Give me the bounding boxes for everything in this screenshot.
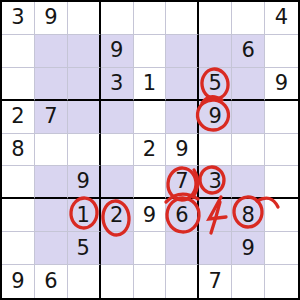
- cell-r3c7[interactable]: 5: [199, 68, 232, 101]
- cell-r9c4[interactable]: [101, 265, 134, 298]
- digit: 6: [44, 271, 57, 292]
- cell-r5c7[interactable]: [199, 134, 232, 167]
- cell-r1c1[interactable]: 3: [2, 2, 35, 35]
- cell-r5c6[interactable]: 9: [166, 134, 199, 167]
- cell-r7c1[interactable]: [2, 199, 35, 232]
- cell-r8c1[interactable]: [2, 232, 35, 265]
- cell-r4c4[interactable]: [101, 101, 134, 134]
- cell-r9c1[interactable]: 9: [2, 265, 35, 298]
- cell-r5c5[interactable]: 2: [134, 134, 167, 167]
- cell-r8c7[interactable]: [199, 232, 232, 265]
- cell-r2c6[interactable]: [166, 35, 199, 68]
- digit: 3: [209, 171, 222, 192]
- digit: 9: [143, 205, 156, 226]
- cell-r8c4[interactable]: [101, 232, 134, 265]
- cell-r1c3[interactable]: [68, 2, 101, 35]
- cell-r8c9[interactable]: [265, 232, 298, 265]
- digit: 2: [143, 139, 156, 160]
- sudoku-board: 3949631592798299731296859967: [0, 0, 300, 300]
- cell-r6c4[interactable]: [101, 166, 134, 199]
- digit: 3: [11, 7, 24, 28]
- cell-r2c9[interactable]: [265, 35, 298, 68]
- cell-r5c4[interactable]: [101, 134, 134, 167]
- cell-r5c1[interactable]: 8: [2, 134, 35, 167]
- cell-r5c2[interactable]: [35, 134, 68, 167]
- cell-r9c7[interactable]: 7: [199, 265, 232, 298]
- cell-r2c7[interactable]: [199, 35, 232, 68]
- cell-r6c9[interactable]: [265, 166, 298, 199]
- cell-r8c2[interactable]: [35, 232, 68, 265]
- cell-r9c9[interactable]: [265, 265, 298, 298]
- cell-r1c2[interactable]: 9: [35, 2, 68, 35]
- digit: 9: [77, 171, 90, 192]
- digit: 9: [44, 7, 57, 28]
- cell-r9c8[interactable]: [232, 265, 265, 298]
- digit: 7: [44, 106, 57, 127]
- digit: 9: [241, 238, 254, 259]
- cell-r1c8[interactable]: [232, 2, 265, 35]
- cell-r7c6[interactable]: 6: [166, 199, 199, 232]
- cell-r3c2[interactable]: [35, 68, 68, 101]
- cell-r7c9[interactable]: [265, 199, 298, 232]
- cell-r9c2[interactable]: 6: [35, 265, 68, 298]
- cell-r1c9[interactable]: 4: [265, 2, 298, 35]
- cell-r8c5[interactable]: [134, 232, 167, 265]
- digit: 2: [110, 205, 123, 226]
- cell-r3c3[interactable]: [68, 68, 101, 101]
- digit: 9: [11, 271, 24, 292]
- cell-r6c5[interactable]: [134, 166, 167, 199]
- cell-r2c5[interactable]: [134, 35, 167, 68]
- cell-r4c7[interactable]: 9: [199, 101, 232, 134]
- cell-r1c7[interactable]: [199, 2, 232, 35]
- digit: 7: [209, 271, 222, 292]
- digit: 8: [241, 205, 254, 226]
- cell-r7c7[interactable]: [199, 199, 232, 232]
- cell-r5c8[interactable]: [232, 134, 265, 167]
- cell-r9c5[interactable]: [134, 265, 167, 298]
- cell-r6c1[interactable]: [2, 166, 35, 199]
- cell-r6c6[interactable]: 7: [166, 166, 199, 199]
- digit: 4: [275, 7, 288, 28]
- cell-r3c4[interactable]: 3: [101, 68, 134, 101]
- cell-r1c6[interactable]: [166, 2, 199, 35]
- digit: 9: [275, 73, 288, 94]
- cell-r6c7[interactable]: 3: [199, 166, 232, 199]
- digit: 9: [175, 139, 188, 160]
- cell-r7c5[interactable]: 9: [134, 199, 167, 232]
- cell-r2c8[interactable]: 6: [232, 35, 265, 68]
- cell-r7c8[interactable]: 8: [232, 199, 265, 232]
- digit: 7: [175, 171, 188, 192]
- cell-r4c6[interactable]: [166, 101, 199, 134]
- cell-r4c5[interactable]: [134, 101, 167, 134]
- digit: 9: [110, 40, 123, 61]
- digit: 1: [143, 73, 156, 94]
- cell-r3c6[interactable]: [166, 68, 199, 101]
- cell-r4c9[interactable]: [265, 101, 298, 134]
- digit: 5: [209, 73, 222, 94]
- digit: 1: [77, 205, 90, 226]
- cell-r3c9[interactable]: 9: [265, 68, 298, 101]
- cell-r3c5[interactable]: 1: [134, 68, 167, 101]
- cell-r1c4[interactable]: [101, 2, 134, 35]
- cell-r8c6[interactable]: [166, 232, 199, 265]
- cell-r1c5[interactable]: [134, 2, 167, 35]
- cell-r3c8[interactable]: [232, 68, 265, 101]
- digit: 5: [77, 238, 90, 259]
- digit: 8: [11, 139, 24, 160]
- cell-r5c3[interactable]: [68, 134, 101, 167]
- cell-r2c3[interactable]: [68, 35, 101, 68]
- cell-r2c1[interactable]: [2, 35, 35, 68]
- sudoku-grid: 3949631592798299731296859967: [0, 0, 300, 300]
- cell-r2c4[interactable]: 9: [101, 35, 134, 68]
- cell-r2c2[interactable]: [35, 35, 68, 68]
- cell-r5c9[interactable]: [265, 134, 298, 167]
- cell-r8c8[interactable]: 9: [232, 232, 265, 265]
- digit: 6: [241, 40, 254, 61]
- cell-r3c1[interactable]: [2, 68, 35, 101]
- cell-r9c3[interactable]: [68, 265, 101, 298]
- cell-r4c8[interactable]: [232, 101, 265, 134]
- cell-r6c3[interactable]: 9: [68, 166, 101, 199]
- cell-r6c2[interactable]: [35, 166, 68, 199]
- cell-r9c6[interactable]: [166, 265, 199, 298]
- digit: 9: [209, 106, 222, 127]
- cell-r7c4[interactable]: 2: [101, 199, 134, 232]
- cell-r4c2[interactable]: 7: [35, 101, 68, 134]
- cell-r4c3[interactable]: [68, 101, 101, 134]
- cell-r7c2[interactable]: [35, 199, 68, 232]
- digit: 6: [175, 205, 188, 226]
- digit: 2: [11, 106, 24, 127]
- cell-r7c3[interactable]: 1: [68, 199, 101, 232]
- digit: 3: [110, 73, 123, 94]
- cell-r8c3[interactable]: 5: [68, 232, 101, 265]
- cell-r6c8[interactable]: [232, 166, 265, 199]
- cell-r4c1[interactable]: 2: [2, 101, 35, 134]
